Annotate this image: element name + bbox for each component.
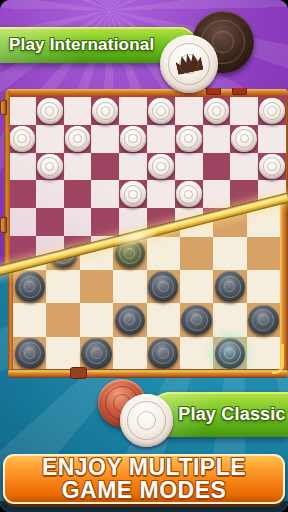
board-square (213, 303, 246, 336)
dark-checker-piece (15, 338, 45, 368)
glow-checker-piece (215, 338, 245, 368)
footer-banner: ENJOY MULTIPLE GAME MODES (3, 454, 285, 504)
board-square (147, 237, 180, 270)
crown-icon (174, 51, 203, 75)
board-square (113, 337, 146, 370)
board-square (147, 125, 175, 153)
white-checker-piece (65, 126, 91, 152)
board-square (119, 153, 147, 181)
board-square (175, 153, 203, 181)
board-square (8, 153, 36, 181)
board-square (46, 303, 79, 336)
board-frame-bottom (8, 369, 288, 378)
white-checker-piece (259, 98, 285, 124)
white-checker-piece (120, 181, 146, 207)
play-international-label: Play International (0, 35, 154, 55)
board-square (91, 180, 119, 208)
board-square (203, 180, 231, 208)
board-square (113, 270, 146, 303)
white-checker-piece (9, 126, 35, 152)
board-square (91, 153, 119, 181)
board-square (213, 237, 246, 270)
dark-checker-piece (148, 338, 178, 368)
footer-line-2: GAME MODES (62, 479, 227, 502)
promo-screen: Play International Play Classic ENJOY MU… (0, 0, 288, 512)
board-square (147, 180, 175, 208)
board-square (230, 153, 258, 181)
white-checker-piece (204, 98, 230, 124)
board-square (64, 208, 92, 236)
board-square (247, 270, 280, 303)
board-square (36, 208, 64, 236)
board-square (36, 180, 64, 208)
board-square (8, 208, 36, 236)
board-square (119, 97, 147, 125)
white-checker-piece (92, 98, 118, 124)
dark-checker-piece (248, 305, 278, 335)
board-square (91, 125, 119, 153)
board-square (203, 125, 231, 153)
board-square (46, 337, 79, 370)
board-square (13, 303, 46, 336)
board-square (180, 337, 213, 370)
white-checker-piece (176, 126, 202, 152)
white-checker-piece (120, 126, 146, 152)
board-square (80, 303, 113, 336)
board-square (180, 237, 213, 270)
gold-corner-trim (272, 344, 284, 374)
white-checker-piece (148, 154, 174, 180)
board-square (64, 153, 92, 181)
white-king-checker (160, 35, 218, 93)
board-square (203, 153, 231, 181)
board-square (230, 97, 258, 125)
frame-clasp (206, 87, 221, 95)
board-square (36, 125, 64, 153)
dark-checker-piece (181, 305, 211, 335)
dark-checker-piece (215, 271, 245, 301)
frame-clasp (232, 87, 247, 95)
frame-hinge (0, 100, 7, 115)
dark-checker-piece (115, 305, 145, 335)
board-square (46, 270, 79, 303)
footer-line-1: ENJOY MULTIPLE (42, 456, 246, 479)
dark-checker-piece (15, 271, 45, 301)
white-checker-piece (176, 181, 202, 207)
white-checker-piece (231, 126, 257, 152)
board-square (247, 237, 280, 270)
frame-clasp (70, 367, 87, 379)
dark-checker-piece (81, 338, 111, 368)
white-checker-piece (37, 154, 63, 180)
board-square (175, 97, 203, 125)
board-square (91, 208, 119, 236)
board-square (258, 125, 286, 153)
white-checker-piece (148, 98, 174, 124)
board-square (80, 270, 113, 303)
frame-hinge (0, 217, 7, 233)
white-checker-piece (37, 98, 63, 124)
board-square (64, 97, 92, 125)
board-square (147, 303, 180, 336)
board-square (8, 97, 36, 125)
board-square (180, 270, 213, 303)
board-square (64, 180, 92, 208)
dark-checker-piece (148, 271, 178, 301)
white-checker-piece (259, 154, 285, 180)
board-frame-left (4, 91, 10, 290)
board-square (8, 180, 36, 208)
white-checker (120, 394, 173, 447)
